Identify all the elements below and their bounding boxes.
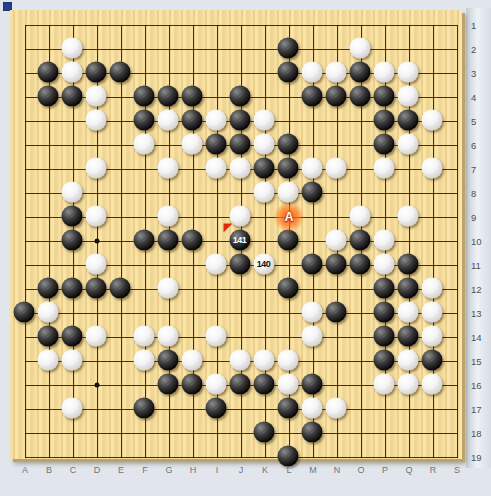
stone-I5[interactable]	[205, 109, 226, 130]
stone-C14[interactable]	[61, 325, 82, 346]
stone-C17[interactable]	[61, 397, 82, 418]
stone-P6[interactable]	[373, 133, 394, 154]
stone-J16[interactable]	[229, 373, 250, 394]
stone-D14[interactable]	[85, 325, 106, 346]
stone-M14[interactable]	[301, 325, 322, 346]
stone-L10[interactable]	[277, 229, 298, 250]
stone-B12[interactable]	[37, 277, 58, 298]
stone-H10[interactable]	[181, 229, 202, 250]
stone-R15[interactable]	[421, 349, 442, 370]
stone-N10[interactable]	[325, 229, 346, 250]
column-label-Q: Q	[405, 465, 412, 475]
row-label-16: 16	[471, 380, 482, 391]
stone-O2[interactable]	[349, 37, 370, 58]
stone-E3[interactable]	[109, 61, 130, 82]
stone-P4[interactable]	[373, 85, 394, 106]
stone-P11[interactable]	[373, 253, 394, 274]
last-move-triangle-icon	[223, 223, 232, 232]
stone-Q9[interactable]	[397, 205, 418, 226]
stone-K15[interactable]	[253, 349, 274, 370]
stone-L19[interactable]	[277, 445, 298, 466]
column-label-E: E	[118, 465, 124, 475]
stone-L15[interactable]	[277, 349, 298, 370]
stone-Q14[interactable]	[397, 325, 418, 346]
stone-P15[interactable]	[373, 349, 394, 370]
column-label-K: K	[262, 465, 268, 475]
stone-O11[interactable]	[349, 253, 370, 274]
stone-F5[interactable]	[133, 109, 154, 130]
stone-E12[interactable]	[109, 277, 130, 298]
row-label-17: 17	[471, 404, 482, 415]
stone-B3[interactable]	[37, 61, 58, 82]
column-label-H: H	[190, 465, 197, 475]
row-label-1: 1	[471, 20, 476, 31]
goban[interactable]: 141140A	[10, 10, 462, 459]
stone-F4[interactable]	[133, 85, 154, 106]
stone-G15[interactable]	[157, 349, 178, 370]
stone-Q16[interactable]	[397, 373, 418, 394]
move-number-label: 140	[253, 253, 274, 274]
stone-J6[interactable]	[229, 133, 250, 154]
stone-I6[interactable]	[205, 133, 226, 154]
stone-F14[interactable]	[133, 325, 154, 346]
stone-D7[interactable]	[85, 157, 106, 178]
row-label-15: 15	[471, 356, 482, 367]
column-label-O: O	[357, 465, 364, 475]
stone-Q4[interactable]	[397, 85, 418, 106]
stone-O4[interactable]	[349, 85, 370, 106]
column-label-F: F	[142, 465, 148, 475]
stone-M13[interactable]	[301, 301, 322, 322]
stone-P7[interactable]	[373, 157, 394, 178]
stone-Q15[interactable]	[397, 349, 418, 370]
column-label-M: M	[309, 465, 317, 475]
stone-H16[interactable]	[181, 373, 202, 394]
stone-M7[interactable]	[301, 157, 322, 178]
column-label-L: L	[286, 465, 291, 475]
stone-G16[interactable]	[157, 373, 178, 394]
stone-P14[interactable]	[373, 325, 394, 346]
stone-N11[interactable]	[325, 253, 346, 274]
stone-M16[interactable]	[301, 373, 322, 394]
stone-Q13[interactable]	[397, 301, 418, 322]
stone-M3[interactable]	[301, 61, 322, 82]
stone-I16[interactable]	[205, 373, 226, 394]
move-number-label: 141	[229, 229, 250, 250]
stone-O10[interactable]	[349, 229, 370, 250]
column-label-B: B	[46, 465, 52, 475]
stone-D12[interactable]	[85, 277, 106, 298]
stone-J11[interactable]	[229, 253, 250, 274]
stone-P10[interactable]	[373, 229, 394, 250]
stone-M11[interactable]	[301, 253, 322, 274]
row-label-18: 18	[471, 428, 482, 439]
stone-I11[interactable]	[205, 253, 226, 274]
stone-R14[interactable]	[421, 325, 442, 346]
stone-K6[interactable]	[253, 133, 274, 154]
stone-H4[interactable]	[181, 85, 202, 106]
stone-K18[interactable]	[253, 421, 274, 442]
stone-C8[interactable]	[61, 181, 82, 202]
stone-R7[interactable]	[421, 157, 442, 178]
star-point	[95, 383, 100, 388]
column-label-J: J	[239, 465, 244, 475]
column-label-R: R	[430, 465, 437, 475]
row-label-9: 9	[471, 212, 476, 223]
stone-Q3[interactable]	[397, 61, 418, 82]
stone-N3[interactable]	[325, 61, 346, 82]
hint-marker-L9[interactable]: A	[274, 202, 304, 232]
stone-G4[interactable]	[157, 85, 178, 106]
hint-label: A	[285, 210, 294, 224]
row-label-13: 13	[471, 308, 482, 319]
stone-M18[interactable]	[301, 421, 322, 442]
stone-B4[interactable]	[37, 85, 58, 106]
stone-I14[interactable]	[205, 325, 226, 346]
stone-R16[interactable]	[421, 373, 442, 394]
stone-M17[interactable]	[301, 397, 322, 418]
stone-D9[interactable]	[85, 205, 106, 226]
column-label-N: N	[334, 465, 341, 475]
stone-D3[interactable]	[85, 61, 106, 82]
row-label-3: 3	[471, 68, 476, 79]
stone-G9[interactable]	[157, 205, 178, 226]
stone-C2[interactable]	[61, 37, 82, 58]
stone-D5[interactable]	[85, 109, 106, 130]
stone-C15[interactable]	[61, 349, 82, 370]
stone-K5[interactable]	[253, 109, 274, 130]
stone-F17[interactable]	[133, 397, 154, 418]
stone-G7[interactable]	[157, 157, 178, 178]
stone-H5[interactable]	[181, 109, 202, 130]
row-label-7: 7	[471, 164, 476, 175]
stone-H6[interactable]	[181, 133, 202, 154]
stone-L16[interactable]	[277, 373, 298, 394]
stone-D11[interactable]	[85, 253, 106, 274]
stone-R12[interactable]	[421, 277, 442, 298]
stone-L2[interactable]	[277, 37, 298, 58]
stone-Q11[interactable]	[397, 253, 418, 274]
column-label-S: S	[454, 465, 460, 475]
stone-K16[interactable]	[253, 373, 274, 394]
stone-K7[interactable]	[253, 157, 274, 178]
stone-I17[interactable]	[205, 397, 226, 418]
stone-M4[interactable]	[301, 85, 322, 106]
column-label-C: C	[70, 465, 77, 475]
stone-G10[interactable]	[157, 229, 178, 250]
stone-J4[interactable]	[229, 85, 250, 106]
row-label-4: 4	[471, 92, 476, 103]
stone-N17[interactable]	[325, 397, 346, 418]
stone-I7[interactable]	[205, 157, 226, 178]
column-label-D: D	[94, 465, 101, 475]
column-label-I: I	[216, 465, 219, 475]
row-label-10: 10	[471, 236, 482, 247]
stone-D4[interactable]	[85, 85, 106, 106]
stone-M8[interactable]	[301, 181, 322, 202]
stone-P16[interactable]	[373, 373, 394, 394]
stone-Q12[interactable]	[397, 277, 418, 298]
row-label-14: 14	[471, 332, 482, 343]
stone-G5[interactable]	[157, 109, 178, 130]
row-label-8: 8	[471, 188, 476, 199]
stone-N4[interactable]	[325, 85, 346, 106]
stone-F15[interactable]	[133, 349, 154, 370]
stone-L7[interactable]	[277, 157, 298, 178]
stone-B14[interactable]	[37, 325, 58, 346]
stone-C9[interactable]	[61, 205, 82, 226]
stone-P3[interactable]	[373, 61, 394, 82]
stone-R13[interactable]	[421, 301, 442, 322]
stone-J7[interactable]	[229, 157, 250, 178]
stone-O9[interactable]	[349, 205, 370, 226]
row-label-12: 12	[471, 284, 482, 295]
stone-J5[interactable]	[229, 109, 250, 130]
stone-C4[interactable]	[61, 85, 82, 106]
stone-G12[interactable]	[157, 277, 178, 298]
stone-C10[interactable]	[61, 229, 82, 250]
stone-Q6[interactable]	[397, 133, 418, 154]
stone-K8[interactable]	[253, 181, 274, 202]
stone-L17[interactable]	[277, 397, 298, 418]
stone-R5[interactable]	[421, 109, 442, 130]
stone-C3[interactable]	[61, 61, 82, 82]
stone-L12[interactable]	[277, 277, 298, 298]
stone-J9[interactable]	[229, 205, 250, 226]
stone-K11[interactable]: 140	[253, 253, 274, 274]
row-label-19: 19	[471, 452, 482, 463]
stone-L6[interactable]	[277, 133, 298, 154]
stone-J10[interactable]: 141	[229, 229, 250, 250]
stone-J15[interactable]	[229, 349, 250, 370]
star-point	[95, 239, 100, 244]
go-game-viewer: 141140A ABCDEFGHIJKLMNOPQRS1234567891011…	[0, 0, 491, 496]
stone-G14[interactable]	[157, 325, 178, 346]
stone-F6[interactable]	[133, 133, 154, 154]
column-label-G: G	[165, 465, 172, 475]
stone-N7[interactable]	[325, 157, 346, 178]
stone-B13[interactable]	[37, 301, 58, 322]
stone-N13[interactable]	[325, 301, 346, 322]
row-label-2: 2	[471, 44, 476, 55]
stone-O3[interactable]	[349, 61, 370, 82]
stone-L3[interactable]	[277, 61, 298, 82]
stone-B15[interactable]	[37, 349, 58, 370]
stone-C12[interactable]	[61, 277, 82, 298]
stone-H15[interactable]	[181, 349, 202, 370]
stone-P13[interactable]	[373, 301, 394, 322]
stone-P5[interactable]	[373, 109, 394, 130]
row-label-5: 5	[471, 116, 476, 127]
row-label-6: 6	[471, 140, 476, 151]
stone-Q5[interactable]	[397, 109, 418, 130]
stone-F10[interactable]	[133, 229, 154, 250]
stone-A13[interactable]	[13, 301, 34, 322]
row-label-11: 11	[471, 260, 481, 271]
column-label-A: A	[22, 465, 28, 475]
stone-L8[interactable]	[277, 181, 298, 202]
column-label-P: P	[382, 465, 388, 475]
stone-P12[interactable]	[373, 277, 394, 298]
